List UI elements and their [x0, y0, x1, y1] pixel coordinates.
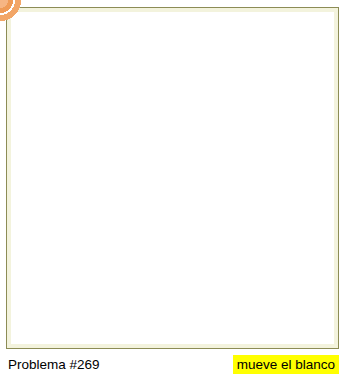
page-curl-decoration: [0, 0, 25, 23]
chess-board-frame: [7, 8, 338, 348]
chess-problem-widget: Problema #269 mueve el blanco: [0, 0, 344, 382]
chess-board: [11, 12, 334, 344]
side-to-move-badge: mueve el blanco: [233, 355, 339, 374]
caption-row: Problema #269 mueve el blanco: [8, 355, 339, 374]
problem-number-label: Problema #269: [8, 357, 100, 372]
